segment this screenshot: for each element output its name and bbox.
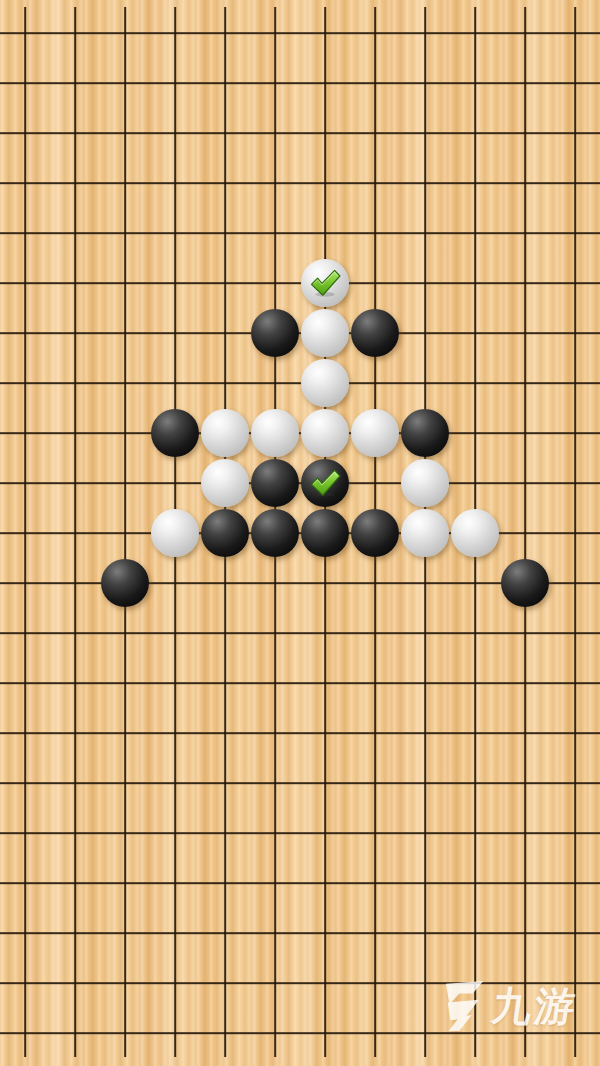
white-stone	[301, 309, 349, 357]
white-stone	[451, 509, 499, 557]
watermark: 九游	[437, 977, 578, 1035]
black-stone	[401, 409, 449, 457]
white-stone	[201, 459, 249, 507]
grid-hline	[0, 832, 600, 834]
white-stone	[151, 509, 199, 557]
grid-hline	[0, 482, 600, 484]
jiuyou-9game-logo-icon	[437, 978, 487, 1034]
grid-hline	[0, 32, 600, 34]
white-stone	[301, 359, 349, 407]
green-check-icon	[309, 469, 341, 497]
grid-hline	[0, 282, 600, 284]
black-stone	[251, 509, 299, 557]
white-stone	[301, 409, 349, 457]
white-stone	[301, 259, 349, 307]
grid-hline	[0, 332, 600, 334]
grid-hline	[0, 82, 600, 84]
black-stone	[301, 509, 349, 557]
white-stone	[201, 409, 249, 457]
grid-hline	[0, 982, 600, 984]
grid-hline	[0, 882, 600, 884]
watermark-text: 九游	[489, 986, 581, 1026]
grid-hline	[0, 682, 600, 684]
grid-hline	[0, 382, 600, 384]
grid-hline	[0, 182, 600, 184]
green-check-icon	[309, 269, 341, 297]
black-stone	[351, 309, 399, 357]
grid-hline	[0, 782, 600, 784]
grid-hline	[0, 632, 600, 634]
grid-hline	[0, 132, 600, 134]
white-stone	[351, 409, 399, 457]
grid-hline	[0, 732, 600, 734]
grid-hline	[0, 932, 600, 934]
black-stone	[201, 509, 249, 557]
grid-hline	[0, 532, 600, 534]
grid-hline	[0, 1032, 600, 1034]
black-stone	[251, 309, 299, 357]
black-stone	[251, 459, 299, 507]
white-stone	[401, 459, 449, 507]
black-stone	[101, 559, 149, 607]
white-stone	[401, 509, 449, 557]
black-stone	[351, 509, 399, 557]
black-stone	[151, 409, 199, 457]
grid-hline	[0, 232, 600, 234]
grid-hline	[0, 432, 600, 434]
gomoku-board[interactable]: 九游	[0, 0, 600, 1066]
black-stone	[501, 559, 549, 607]
black-stone	[301, 459, 349, 507]
white-stone	[251, 409, 299, 457]
